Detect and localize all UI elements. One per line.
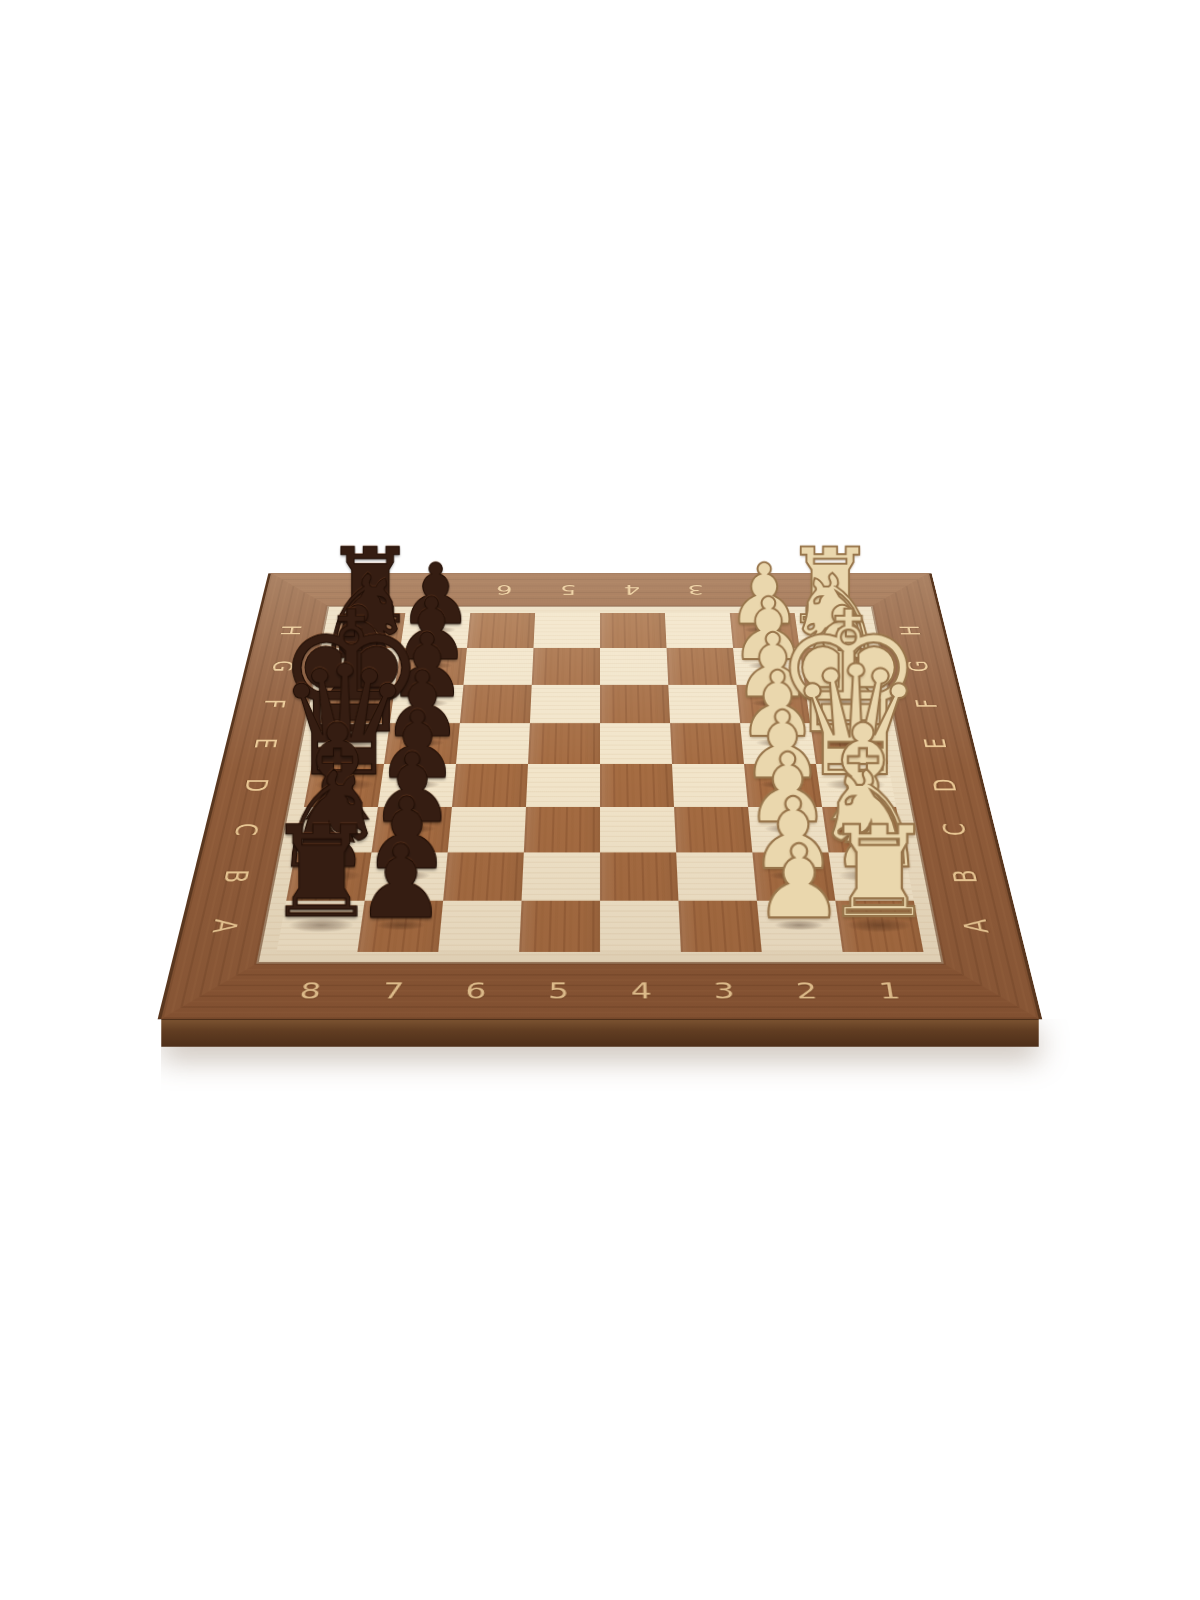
square-h6 — [467, 613, 535, 648]
chess-board: 8765432187654321HGFEDCBAHGFEDCBA ♜♟♟♜♞♟♟… — [161, 573, 1039, 1019]
square-h5 — [533, 613, 600, 648]
product-photo-page: 8765432187654321HGFEDCBAHGFEDCBA ♜♟♟♜♞♟♟… — [0, 0, 1200, 1600]
white-rook-glyph: ♜ — [713, 810, 1045, 936]
square-g4 — [600, 648, 668, 685]
square-g5 — [532, 648, 600, 685]
square-h3 — [665, 613, 733, 648]
frame-top-rail — [263, 573, 937, 606]
square-h4 — [600, 613, 667, 648]
board-side-edge — [161, 1019, 1039, 1047]
black-pawn-glyph: ♟ — [235, 832, 567, 934]
